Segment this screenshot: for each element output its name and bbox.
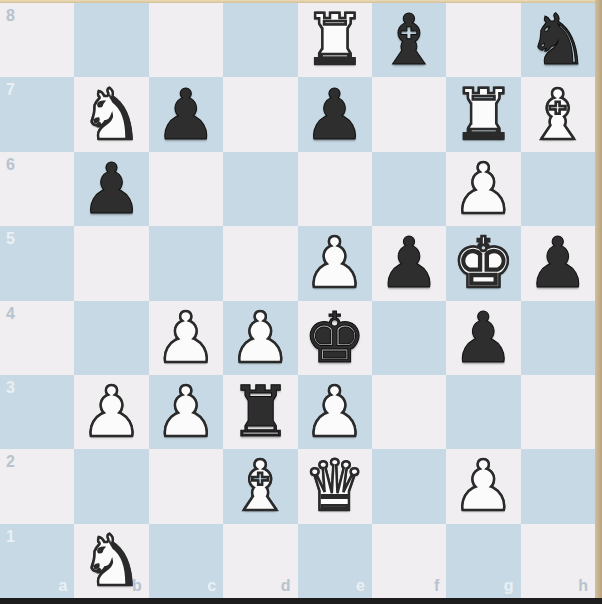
- file-label-h: h: [578, 578, 588, 594]
- square-g7[interactable]: ♜: [446, 77, 520, 151]
- square-a3[interactable]: 3: [0, 375, 74, 449]
- square-f8[interactable]: ♝: [372, 3, 446, 77]
- square-d3[interactable]: ♜: [223, 375, 297, 449]
- square-f3[interactable]: [372, 375, 446, 449]
- square-e2[interactable]: ♛: [298, 449, 372, 523]
- square-f6[interactable]: [372, 152, 446, 226]
- rank-label-7: 7: [6, 82, 15, 98]
- square-d5[interactable]: [223, 226, 297, 300]
- square-a8[interactable]: 8: [0, 3, 74, 77]
- rank-label-1: 1: [6, 529, 15, 545]
- square-h5[interactable]: ♟: [521, 226, 595, 300]
- square-d8[interactable]: [223, 3, 297, 77]
- square-e3[interactable]: ♟: [298, 375, 372, 449]
- piece-white-queen-e2: ♛: [303, 449, 366, 523]
- piece-white-rook-g7: ♜: [452, 78, 515, 152]
- square-c3[interactable]: ♟: [149, 375, 223, 449]
- piece-white-pawn-g2: ♟: [452, 449, 515, 523]
- square-b1[interactable]: b♞: [74, 524, 148, 598]
- chess-board-frame: 8♜♝♞7♞♟♟♜♝6♟♟5♟♟♚♟4♟♟♚♟3♟♟♜♟2♝♛♟1ab♞cdef…: [0, 0, 602, 604]
- file-label-a: a: [58, 578, 67, 594]
- square-d7[interactable]: [223, 77, 297, 151]
- square-h1[interactable]: h: [521, 524, 595, 598]
- square-a4[interactable]: 4: [0, 301, 74, 375]
- square-f1[interactable]: f: [372, 524, 446, 598]
- piece-white-pawn-e5: ♟: [303, 226, 366, 300]
- piece-white-pawn-e3: ♟: [303, 375, 366, 449]
- square-f2[interactable]: [372, 449, 446, 523]
- square-c2[interactable]: [149, 449, 223, 523]
- square-a7[interactable]: 7: [0, 77, 74, 151]
- piece-black-rook-d3: ♜: [229, 375, 292, 449]
- chess-board: 8♜♝♞7♞♟♟♜♝6♟♟5♟♟♚♟4♟♟♚♟3♟♟♜♟2♝♛♟1ab♞cdef…: [0, 3, 595, 598]
- piece-white-knight-b1: ♞: [80, 524, 143, 598]
- square-a1[interactable]: 1a: [0, 524, 74, 598]
- square-g4[interactable]: ♟: [446, 301, 520, 375]
- file-label-b: b: [132, 578, 142, 594]
- piece-black-pawn-b6: ♟: [80, 152, 143, 226]
- piece-black-knight-h8: ♞: [526, 3, 589, 77]
- file-label-d: d: [281, 578, 291, 594]
- square-f4[interactable]: [372, 301, 446, 375]
- square-e4[interactable]: ♚: [298, 301, 372, 375]
- file-label-e: e: [356, 578, 365, 594]
- square-e1[interactable]: e: [298, 524, 372, 598]
- piece-white-pawn-c3: ♟: [155, 375, 218, 449]
- square-g2[interactable]: ♟: [446, 449, 520, 523]
- board-border-right: [595, 0, 602, 598]
- square-h3[interactable]: [521, 375, 595, 449]
- square-d1[interactable]: d: [223, 524, 297, 598]
- square-c1[interactable]: c: [149, 524, 223, 598]
- board-border-bottom: [0, 598, 602, 604]
- square-c4[interactable]: ♟: [149, 301, 223, 375]
- square-h7[interactable]: ♝: [521, 77, 595, 151]
- piece-white-pawn-b3: ♟: [80, 375, 143, 449]
- piece-black-pawn-e7: ♟: [303, 78, 366, 152]
- rank-label-8: 8: [6, 8, 15, 24]
- square-f5[interactable]: ♟: [372, 226, 446, 300]
- square-b8[interactable]: [74, 3, 148, 77]
- square-h2[interactable]: [521, 449, 595, 523]
- piece-white-bishop-d2: ♝: [229, 449, 292, 523]
- file-label-g: g: [504, 578, 514, 594]
- piece-black-pawn-f5: ♟: [378, 226, 441, 300]
- square-b3[interactable]: ♟: [74, 375, 148, 449]
- square-d6[interactable]: [223, 152, 297, 226]
- piece-black-bishop-f8: ♝: [378, 3, 441, 77]
- square-g3[interactable]: [446, 375, 520, 449]
- square-g6[interactable]: ♟: [446, 152, 520, 226]
- piece-black-pawn-c7: ♟: [155, 78, 218, 152]
- rank-label-3: 3: [6, 380, 15, 396]
- square-d2[interactable]: ♝: [223, 449, 297, 523]
- square-e7[interactable]: ♟: [298, 77, 372, 151]
- square-b4[interactable]: [74, 301, 148, 375]
- piece-black-king-e4: ♚: [303, 301, 366, 375]
- square-a5[interactable]: 5: [0, 226, 74, 300]
- square-g8[interactable]: [446, 3, 520, 77]
- file-label-c: c: [207, 578, 216, 594]
- square-g5[interactable]: ♚: [446, 226, 520, 300]
- piece-white-king-g5: ♚: [452, 226, 515, 300]
- square-e6[interactable]: [298, 152, 372, 226]
- square-h6[interactable]: [521, 152, 595, 226]
- file-label-f: f: [434, 578, 439, 594]
- square-c8[interactable]: [149, 3, 223, 77]
- piece-white-rook-e8: ♜: [303, 3, 366, 77]
- piece-white-pawn-d4: ♟: [229, 301, 292, 375]
- square-h4[interactable]: [521, 301, 595, 375]
- rank-label-2: 2: [6, 454, 15, 470]
- piece-black-pawn-g4: ♟: [452, 301, 515, 375]
- square-e5[interactable]: ♟: [298, 226, 372, 300]
- square-d4[interactable]: ♟: [223, 301, 297, 375]
- square-b5[interactable]: [74, 226, 148, 300]
- square-f7[interactable]: [372, 77, 446, 151]
- square-c5[interactable]: [149, 226, 223, 300]
- rank-label-6: 6: [6, 157, 15, 173]
- piece-white-pawn-c4: ♟: [155, 301, 218, 375]
- square-b6[interactable]: ♟: [74, 152, 148, 226]
- piece-black-pawn-h5: ♟: [526, 226, 589, 300]
- square-a2[interactable]: 2: [0, 449, 74, 523]
- piece-white-pawn-g6: ♟: [452, 152, 515, 226]
- square-b7[interactable]: ♞: [74, 77, 148, 151]
- square-c7[interactable]: ♟: [149, 77, 223, 151]
- square-a6[interactable]: 6: [0, 152, 74, 226]
- square-h8[interactable]: ♞: [521, 3, 595, 77]
- square-c6[interactable]: [149, 152, 223, 226]
- piece-white-knight-b7: ♞: [80, 78, 143, 152]
- square-b2[interactable]: [74, 449, 148, 523]
- rank-label-4: 4: [6, 306, 15, 322]
- piece-white-bishop-h7: ♝: [526, 78, 589, 152]
- square-e8[interactable]: ♜: [298, 3, 372, 77]
- square-g1[interactable]: g: [446, 524, 520, 598]
- rank-label-5: 5: [6, 231, 15, 247]
